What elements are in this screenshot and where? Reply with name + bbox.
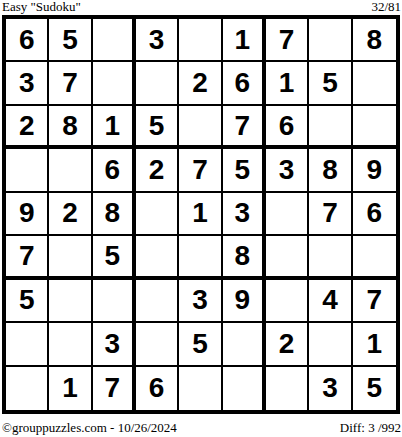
cell-r5c4[interactable] bbox=[136, 193, 179, 236]
cell-r1c8[interactable] bbox=[309, 19, 352, 62]
cell-r6c6[interactable]: 8 bbox=[223, 236, 266, 279]
cell-r3c6[interactable]: 7 bbox=[223, 106, 266, 149]
cell-r7c5[interactable]: 3 bbox=[179, 280, 222, 323]
cell-r4c3[interactable]: 6 bbox=[93, 149, 136, 192]
cell-r9c7[interactable] bbox=[266, 367, 309, 410]
cell-r1c5[interactable] bbox=[179, 19, 222, 62]
cell-r9c9[interactable]: 5 bbox=[353, 367, 396, 410]
cell-r2c7[interactable]: 1 bbox=[266, 62, 309, 105]
cell-r6c3[interactable]: 5 bbox=[93, 236, 136, 279]
cell-r6c9[interactable] bbox=[353, 236, 396, 279]
cell-r4c6[interactable]: 5 bbox=[223, 149, 266, 192]
cell-r6c2[interactable] bbox=[49, 236, 92, 279]
cell-r4c7[interactable]: 3 bbox=[266, 149, 309, 192]
cell-r9c6[interactable] bbox=[223, 367, 266, 410]
puzzle-header: Easy "Sudoku" 32/81 bbox=[0, 0, 402, 15]
cell-r5c6[interactable]: 3 bbox=[223, 193, 266, 236]
cell-r6c5[interactable] bbox=[179, 236, 222, 279]
cell-r8c6[interactable] bbox=[223, 323, 266, 366]
cell-r8c4[interactable] bbox=[136, 323, 179, 366]
cell-r2c5[interactable]: 2 bbox=[179, 62, 222, 105]
cell-r8c7[interactable]: 2 bbox=[266, 323, 309, 366]
cell-r5c1[interactable]: 9 bbox=[6, 193, 49, 236]
cell-r2c6[interactable]: 6 bbox=[223, 62, 266, 105]
cell-r8c8[interactable] bbox=[309, 323, 352, 366]
puzzle-title: Easy "Sudoku" bbox=[2, 0, 81, 14]
cell-r9c5[interactable] bbox=[179, 367, 222, 410]
cell-r1c1[interactable]: 6 bbox=[6, 19, 49, 62]
cell-r7c2[interactable] bbox=[49, 280, 92, 323]
cell-r1c6[interactable]: 1 bbox=[223, 19, 266, 62]
cell-r4c4[interactable]: 2 bbox=[136, 149, 179, 192]
cell-r3c2[interactable]: 8 bbox=[49, 106, 92, 149]
cell-r3c9[interactable] bbox=[353, 106, 396, 149]
cell-r7c6[interactable]: 9 bbox=[223, 280, 266, 323]
puzzle-footer: ©grouppuzzles.com - 10/26/2024 Diff: 3 /… bbox=[0, 421, 402, 435]
cell-r2c9[interactable] bbox=[353, 62, 396, 105]
cell-r1c4[interactable]: 3 bbox=[136, 19, 179, 62]
cell-r4c9[interactable]: 9 bbox=[353, 149, 396, 192]
cell-r7c7[interactable] bbox=[266, 280, 309, 323]
cell-r9c1[interactable] bbox=[6, 367, 49, 410]
cell-r7c1[interactable]: 5 bbox=[6, 280, 49, 323]
cell-r7c3[interactable] bbox=[93, 280, 136, 323]
cell-r4c8[interactable]: 8 bbox=[309, 149, 352, 192]
cell-r4c2[interactable] bbox=[49, 149, 92, 192]
cell-r9c8[interactable]: 3 bbox=[309, 367, 352, 410]
cell-r8c1[interactable] bbox=[6, 323, 49, 366]
cell-r3c8[interactable] bbox=[309, 106, 352, 149]
cell-r3c3[interactable]: 1 bbox=[93, 106, 136, 149]
cell-r5c8[interactable]: 7 bbox=[309, 193, 352, 236]
cell-r8c9[interactable]: 1 bbox=[353, 323, 396, 366]
cell-r5c7[interactable] bbox=[266, 193, 309, 236]
cell-r4c5[interactable]: 7 bbox=[179, 149, 222, 192]
cell-r2c2[interactable]: 7 bbox=[49, 62, 92, 105]
cell-r1c7[interactable]: 7 bbox=[266, 19, 309, 62]
cell-r1c2[interactable]: 5 bbox=[49, 19, 92, 62]
cell-r3c1[interactable]: 2 bbox=[6, 106, 49, 149]
cell-r3c4[interactable]: 5 bbox=[136, 106, 179, 149]
cell-r1c3[interactable] bbox=[93, 19, 136, 62]
cell-r6c7[interactable] bbox=[266, 236, 309, 279]
cell-r5c5[interactable]: 1 bbox=[179, 193, 222, 236]
cell-r2c4[interactable] bbox=[136, 62, 179, 105]
cell-r8c5[interactable]: 5 bbox=[179, 323, 222, 366]
cell-r7c9[interactable]: 7 bbox=[353, 280, 396, 323]
cell-r4c1[interactable] bbox=[6, 149, 49, 192]
cell-r2c8[interactable]: 5 bbox=[309, 62, 352, 105]
cell-r3c5[interactable] bbox=[179, 106, 222, 149]
cell-r8c3[interactable]: 3 bbox=[93, 323, 136, 366]
cell-r5c2[interactable]: 2 bbox=[49, 193, 92, 236]
sudoku-page: Easy "Sudoku" 32/81 65317837261528157662… bbox=[0, 0, 402, 437]
cell-r5c3[interactable]: 8 bbox=[93, 193, 136, 236]
cell-r2c3[interactable] bbox=[93, 62, 136, 105]
cell-r1c9[interactable]: 8 bbox=[353, 19, 396, 62]
cell-r6c4[interactable] bbox=[136, 236, 179, 279]
cell-r6c8[interactable] bbox=[309, 236, 352, 279]
difficulty-text: Diff: 3 /992 bbox=[340, 421, 401, 435]
cell-r7c8[interactable]: 4 bbox=[309, 280, 352, 323]
cell-r2c1[interactable]: 3 bbox=[6, 62, 49, 105]
cell-r8c2[interactable] bbox=[49, 323, 92, 366]
cell-r6c1[interactable]: 7 bbox=[6, 236, 49, 279]
cell-r9c2[interactable]: 1 bbox=[49, 367, 92, 410]
sudoku-board: 6531783726152815766275389928137675853947… bbox=[2, 15, 400, 414]
remaining-counter: 32/81 bbox=[371, 0, 401, 14]
cell-r9c3[interactable]: 7 bbox=[93, 367, 136, 410]
cell-r5c9[interactable]: 6 bbox=[353, 193, 396, 236]
cell-r3c7[interactable]: 6 bbox=[266, 106, 309, 149]
cell-r7c4[interactable] bbox=[136, 280, 179, 323]
copyright-date-text: ©grouppuzzles.com - 10/26/2024 bbox=[2, 421, 177, 435]
cell-r9c4[interactable]: 6 bbox=[136, 367, 179, 410]
